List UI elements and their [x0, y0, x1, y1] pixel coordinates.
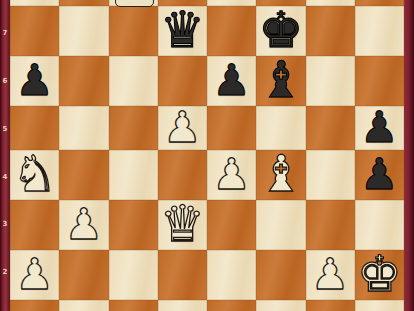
square-g6[interactable] [306, 56, 355, 106]
black-pawn-icon: ♟ [360, 153, 399, 196]
square-b4[interactable] [59, 150, 108, 200]
square-f2[interactable] [256, 250, 305, 300]
square-h1[interactable] [355, 300, 404, 311]
square-f1[interactable] [256, 300, 305, 311]
square-h4[interactable]: ♟ [355, 150, 404, 200]
rank-label-7: 7 [0, 29, 10, 37]
square-a7[interactable] [10, 6, 59, 56]
square-a4[interactable]: ♞ [10, 150, 59, 200]
rank-label-6: 6 [0, 77, 10, 85]
white-bishop-icon: ♝ [258, 149, 303, 199]
square-h7[interactable] [355, 6, 404, 56]
white-knight-icon: ♞ [12, 149, 57, 199]
square-c1[interactable] [109, 300, 158, 311]
square-b7[interactable] [59, 6, 108, 56]
white-pawn-icon: ♟ [65, 203, 104, 246]
board-left-border [0, 0, 10, 311]
square-g3[interactable] [306, 200, 355, 250]
square-c2[interactable] [109, 250, 158, 300]
square-g2[interactable]: ♟ [306, 250, 355, 300]
rank-label-3: 3 [0, 220, 10, 228]
board-right-border [404, 0, 414, 311]
cropped-white-piece-base-c8 [115, 0, 154, 7]
square-c7[interactable] [109, 6, 158, 56]
square-g4[interactable] [306, 150, 355, 200]
square-b1[interactable] [59, 300, 108, 311]
square-a5[interactable] [10, 106, 59, 150]
black-king-icon: ♚ [258, 5, 303, 55]
square-g5[interactable] [306, 106, 355, 150]
square-d6[interactable] [158, 56, 207, 106]
square-d3[interactable]: ♛ [158, 200, 207, 250]
square-f3[interactable] [256, 200, 305, 250]
square-c4[interactable] [109, 150, 158, 200]
square-h6[interactable] [355, 56, 404, 106]
square-h2[interactable]: ♚ [355, 250, 404, 300]
black-queen-icon: ♛ [160, 5, 205, 55]
black-pawn-icon: ♟ [360, 106, 399, 149]
square-b5[interactable] [59, 106, 108, 150]
square-d2[interactable] [158, 250, 207, 300]
rank-label-4: 4 [0, 173, 10, 181]
square-g1[interactable] [306, 300, 355, 311]
chess-diagram: ♛♚♟♟♝♟♟♞♟♝♟♟♛♟♟♚ 765432 [0, 0, 414, 311]
black-bishop-icon: ♝ [258, 55, 303, 105]
black-pawn-icon: ♟ [212, 59, 251, 102]
square-d7[interactable]: ♛ [158, 6, 207, 56]
square-f5[interactable] [256, 106, 305, 150]
square-c5[interactable] [109, 106, 158, 150]
square-e4[interactable]: ♟ [207, 150, 256, 200]
rank-label-2: 2 [0, 268, 10, 276]
white-pawn-icon: ♟ [15, 253, 54, 296]
square-g7[interactable] [306, 6, 355, 56]
square-f6[interactable]: ♝ [256, 56, 305, 106]
white-pawn-icon: ♟ [163, 106, 202, 149]
square-e5[interactable] [207, 106, 256, 150]
square-b6[interactable] [59, 56, 108, 106]
square-d1[interactable] [158, 300, 207, 311]
white-pawn-icon: ♟ [212, 153, 251, 196]
square-f4[interactable]: ♝ [256, 150, 305, 200]
square-b3[interactable]: ♟ [59, 200, 108, 250]
white-queen-icon: ♛ [160, 199, 205, 249]
square-f7[interactable]: ♚ [256, 6, 305, 56]
square-a6[interactable]: ♟ [10, 56, 59, 106]
square-d4[interactable] [158, 150, 207, 200]
square-c3[interactable] [109, 200, 158, 250]
square-e7[interactable] [207, 6, 256, 56]
chess-board: ♛♚♟♟♝♟♟♞♟♝♟♟♛♟♟♚ [10, 0, 404, 311]
square-h3[interactable] [355, 200, 404, 250]
white-pawn-icon: ♟ [311, 253, 350, 296]
square-h5[interactable]: ♟ [355, 106, 404, 150]
square-e1[interactable] [207, 300, 256, 311]
square-d5[interactable]: ♟ [158, 106, 207, 150]
square-e2[interactable] [207, 250, 256, 300]
square-e6[interactable]: ♟ [207, 56, 256, 106]
white-king-icon: ♚ [357, 249, 402, 299]
square-c6[interactable] [109, 56, 158, 106]
square-a3[interactable] [10, 200, 59, 250]
square-e3[interactable] [207, 200, 256, 250]
square-a1[interactable] [10, 300, 59, 311]
black-pawn-icon: ♟ [15, 59, 54, 102]
rank-label-5: 5 [0, 125, 10, 133]
square-b2[interactable] [59, 250, 108, 300]
square-a2[interactable]: ♟ [10, 250, 59, 300]
